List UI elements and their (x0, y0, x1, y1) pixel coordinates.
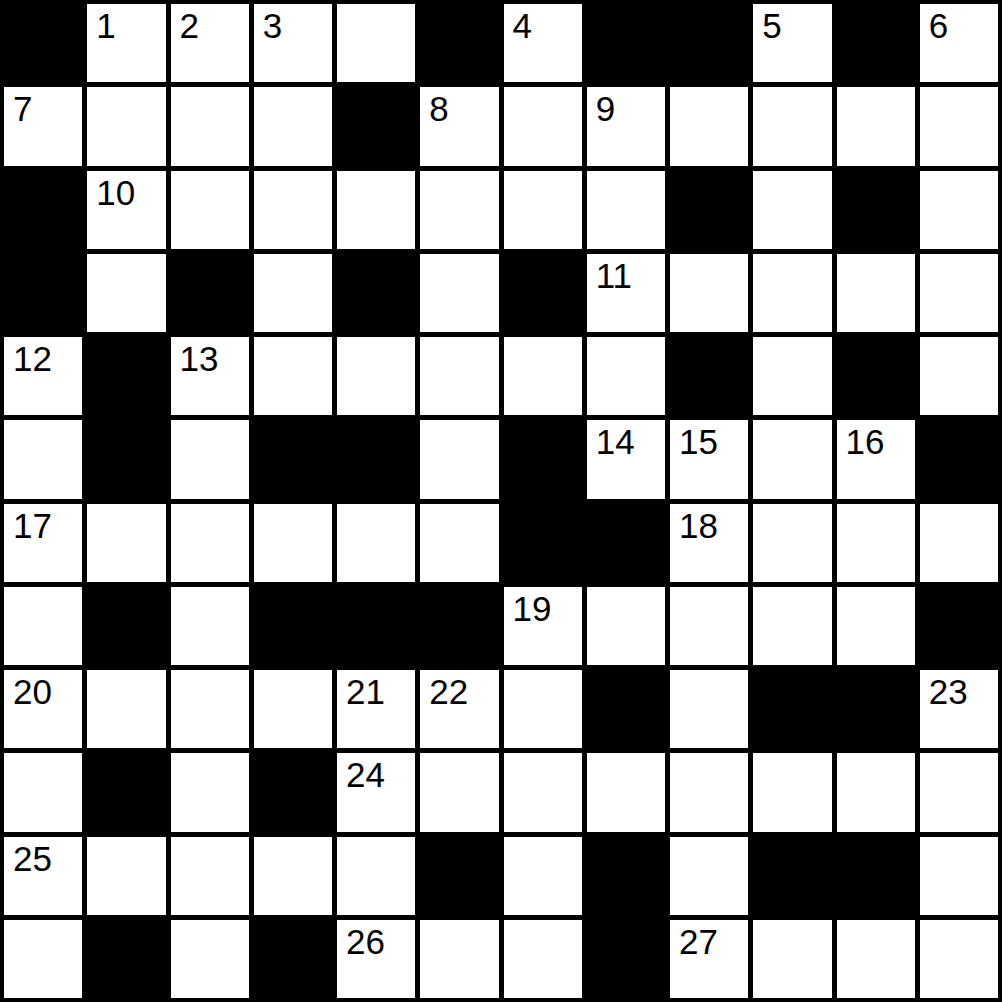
cell-r2c5[interactable] (420, 171, 498, 249)
clue-number: 20 (13, 672, 52, 712)
cell-r9c5[interactable] (420, 753, 498, 831)
cell-r6c10[interactable] (837, 504, 915, 582)
cell-r11c2[interactable] (171, 920, 249, 998)
cell-r4c6[interactable] (504, 337, 582, 415)
cell-r9c0[interactable] (4, 753, 82, 831)
cell-r3c7[interactable]: 11 (587, 254, 665, 332)
cell-r6c4[interactable] (337, 504, 415, 582)
cell-r6c9[interactable] (753, 504, 831, 582)
cell-r1c2[interactable] (171, 87, 249, 165)
cell-r1c11[interactable] (920, 87, 998, 165)
cell-r5c9[interactable] (753, 420, 831, 498)
clue-number: 2 (180, 6, 199, 46)
cell-r4c2[interactable]: 13 (171, 337, 249, 415)
block-cell-r5c11 (920, 420, 998, 498)
clue-number: 22 (429, 672, 468, 712)
clue-number: 4 (513, 6, 532, 46)
cell-r11c10[interactable] (837, 920, 915, 998)
cell-r4c7[interactable] (587, 337, 665, 415)
cell-r6c2[interactable] (171, 504, 249, 582)
clue-number: 21 (346, 672, 385, 712)
cell-r1c1[interactable] (87, 87, 165, 165)
clue-number: 5 (762, 6, 781, 46)
cell-r11c5[interactable] (420, 920, 498, 998)
cell-r1c0[interactable]: 7 (4, 87, 82, 165)
clue-number: 14 (596, 422, 635, 462)
cell-r10c8[interactable] (670, 837, 748, 915)
cell-r2c7[interactable] (587, 171, 665, 249)
clue-number: 6 (929, 6, 948, 46)
cell-r7c9[interactable] (753, 587, 831, 665)
block-cell-r10c9 (753, 837, 831, 915)
cell-r10c11[interactable] (920, 837, 998, 915)
cell-r11c8[interactable]: 27 (670, 920, 748, 998)
cell-r0c3[interactable]: 3 (254, 4, 332, 82)
cell-r5c7[interactable]: 14 (587, 420, 665, 498)
cell-r6c8[interactable]: 18 (670, 504, 748, 582)
clue-number: 24 (346, 755, 385, 795)
cell-r8c11[interactable]: 23 (920, 670, 998, 748)
cell-r9c2[interactable] (171, 753, 249, 831)
clue-number: 16 (846, 422, 885, 462)
cell-r9c4[interactable]: 24 (337, 753, 415, 831)
block-cell-r0c8 (670, 4, 748, 82)
cell-r11c9[interactable] (753, 920, 831, 998)
cell-r2c11[interactable] (920, 171, 998, 249)
clue-number: 3 (263, 6, 282, 46)
cell-r9c9[interactable] (753, 753, 831, 831)
cell-r10c0[interactable]: 25 (4, 837, 82, 915)
cell-r3c11[interactable] (920, 254, 998, 332)
block-cell-r5c1 (87, 420, 165, 498)
block-cell-r8c7 (587, 670, 665, 748)
block-cell-r7c3 (254, 587, 332, 665)
cell-r2c4[interactable] (337, 171, 415, 249)
cell-r10c1[interactable] (87, 837, 165, 915)
cell-r0c2[interactable]: 2 (171, 4, 249, 82)
cell-r3c8[interactable] (670, 254, 748, 332)
cell-r6c11[interactable] (920, 504, 998, 582)
cell-r3c1[interactable] (87, 254, 165, 332)
block-cell-r2c10 (837, 171, 915, 249)
clue-number: 15 (679, 422, 718, 462)
cell-r4c3[interactable] (254, 337, 332, 415)
block-cell-r11c1 (87, 920, 165, 998)
cell-r10c2[interactable] (171, 837, 249, 915)
block-cell-r7c11 (920, 587, 998, 665)
clue-number: 13 (180, 339, 219, 379)
block-cell-r5c6 (504, 420, 582, 498)
cell-r0c4[interactable] (337, 4, 415, 82)
crossword-grid: 1234567891011121314151617181920212223242… (0, 0, 1002, 1002)
cell-r10c4[interactable] (337, 837, 415, 915)
cell-r5c2[interactable] (171, 420, 249, 498)
cell-r9c7[interactable] (587, 753, 665, 831)
cell-r3c3[interactable] (254, 254, 332, 332)
block-cell-r6c6 (504, 504, 582, 582)
cell-r8c5[interactable]: 22 (420, 670, 498, 748)
cell-r7c8[interactable] (670, 587, 748, 665)
cell-r2c9[interactable] (753, 171, 831, 249)
clue-number: 17 (13, 506, 52, 546)
cell-r5c10[interactable]: 16 (837, 420, 915, 498)
block-cell-r6c7 (587, 504, 665, 582)
cell-r9c11[interactable] (920, 753, 998, 831)
cell-r9c10[interactable] (837, 753, 915, 831)
block-cell-r0c0 (4, 4, 82, 82)
block-cell-r0c7 (587, 4, 665, 82)
block-cell-r2c0 (4, 171, 82, 249)
cell-r7c7[interactable] (587, 587, 665, 665)
cell-r5c8[interactable]: 15 (670, 420, 748, 498)
block-cell-r0c5 (420, 4, 498, 82)
cell-r0c9[interactable]: 5 (753, 4, 831, 82)
cell-r4c0[interactable]: 12 (4, 337, 82, 415)
cell-r10c3[interactable] (254, 837, 332, 915)
block-cell-r8c10 (837, 670, 915, 748)
clue-number: 19 (513, 589, 552, 629)
cell-r8c3[interactable] (254, 670, 332, 748)
cell-r1c5[interactable]: 8 (420, 87, 498, 165)
cell-r6c5[interactable] (420, 504, 498, 582)
cell-r6c0[interactable]: 17 (4, 504, 82, 582)
cell-r6c3[interactable] (254, 504, 332, 582)
block-cell-r9c3 (254, 753, 332, 831)
block-cell-r7c1 (87, 587, 165, 665)
clue-number: 7 (13, 89, 32, 129)
cell-r4c4[interactable] (337, 337, 415, 415)
cell-r3c10[interactable] (837, 254, 915, 332)
block-cell-r9c1 (87, 753, 165, 831)
cell-r10c6[interactable] (504, 837, 582, 915)
block-cell-r5c3 (254, 420, 332, 498)
cell-r3c9[interactable] (753, 254, 831, 332)
block-cell-r7c4 (337, 587, 415, 665)
block-cell-r11c3 (254, 920, 332, 998)
block-cell-r5c4 (337, 420, 415, 498)
cell-r1c10[interactable] (837, 87, 915, 165)
cell-r5c5[interactable] (420, 420, 498, 498)
clue-number: 9 (596, 89, 615, 129)
clue-number: 25 (13, 839, 52, 879)
cell-r1c3[interactable] (254, 87, 332, 165)
cell-r8c8[interactable] (670, 670, 748, 748)
cell-r8c0[interactable]: 20 (4, 670, 82, 748)
cell-r3c5[interactable] (420, 254, 498, 332)
block-cell-r3c6 (504, 254, 582, 332)
cell-r4c11[interactable] (920, 337, 998, 415)
block-cell-r8c9 (753, 670, 831, 748)
block-cell-r10c10 (837, 837, 915, 915)
cell-r11c0[interactable] (4, 920, 82, 998)
cell-r7c10[interactable] (837, 587, 915, 665)
clue-number: 8 (429, 89, 448, 129)
clue-number: 1 (96, 6, 115, 46)
cell-r1c9[interactable] (753, 87, 831, 165)
block-cell-r11c7 (587, 920, 665, 998)
cell-r0c1[interactable]: 1 (87, 4, 165, 82)
block-cell-r3c0 (4, 254, 82, 332)
cell-r4c9[interactable] (753, 337, 831, 415)
clue-number: 18 (679, 506, 718, 546)
cell-r1c6[interactable] (504, 87, 582, 165)
cell-r2c1[interactable]: 10 (87, 171, 165, 249)
clue-number: 10 (96, 173, 135, 213)
block-cell-r3c4 (337, 254, 415, 332)
clue-number: 26 (346, 922, 385, 962)
clue-number: 12 (13, 339, 52, 379)
cell-r1c7[interactable]: 9 (587, 87, 665, 165)
block-cell-r3c2 (171, 254, 249, 332)
cell-r8c2[interactable] (171, 670, 249, 748)
block-cell-r10c5 (420, 837, 498, 915)
cell-r5c0[interactable] (4, 420, 82, 498)
cell-r9c8[interactable] (670, 753, 748, 831)
cell-r11c11[interactable] (920, 920, 998, 998)
cell-r8c4[interactable]: 21 (337, 670, 415, 748)
cell-r1c8[interactable] (670, 87, 748, 165)
cell-r11c4[interactable]: 26 (337, 920, 415, 998)
clue-number: 27 (679, 922, 718, 962)
cell-r2c3[interactable] (254, 171, 332, 249)
block-cell-r4c1 (87, 337, 165, 415)
block-cell-r1c4 (337, 87, 415, 165)
block-cell-r4c8 (670, 337, 748, 415)
cell-r0c11[interactable]: 6 (920, 4, 998, 82)
cell-r8c6[interactable] (504, 670, 582, 748)
block-cell-r0c10 (837, 4, 915, 82)
cell-r4c5[interactable] (420, 337, 498, 415)
cell-r2c6[interactable] (504, 171, 582, 249)
clue-number: 11 (596, 256, 632, 296)
cell-r6c1[interactable] (87, 504, 165, 582)
cell-r8c1[interactable] (87, 670, 165, 748)
cell-r7c2[interactable] (171, 587, 249, 665)
clue-number: 23 (929, 672, 968, 712)
block-cell-r10c7 (587, 837, 665, 915)
cell-r7c6[interactable]: 19 (504, 587, 582, 665)
cell-r2c2[interactable] (171, 171, 249, 249)
block-cell-r7c5 (420, 587, 498, 665)
cell-r11c6[interactable] (504, 920, 582, 998)
cell-r0c6[interactable]: 4 (504, 4, 582, 82)
block-cell-r4c10 (837, 337, 915, 415)
block-cell-r2c8 (670, 171, 748, 249)
cell-r7c0[interactable] (4, 587, 82, 665)
cell-r9c6[interactable] (504, 753, 582, 831)
